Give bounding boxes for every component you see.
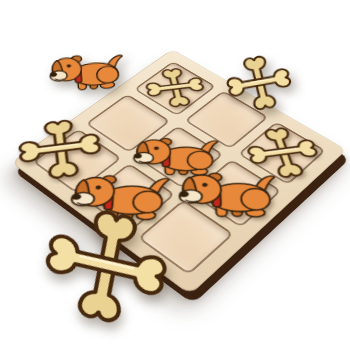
off-board-bone-small[interactable]	[221, 51, 297, 116]
puppy-dog-piece-icon	[49, 49, 132, 95]
crossed-bones-piece-icon	[221, 51, 297, 116]
crossed-bones-piece-icon	[141, 66, 209, 110]
off-board-dog-piece[interactable]	[49, 49, 132, 95]
crossed-bones-piece[interactable]	[141, 66, 209, 110]
product-photo-scene	[0, 0, 350, 350]
